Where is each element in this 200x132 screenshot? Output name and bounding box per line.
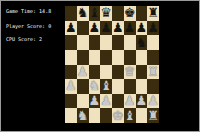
square-f7[interactable]: ♟ <box>124 21 136 36</box>
square-h2[interactable]: ♟ <box>147 94 159 109</box>
square-a5[interactable] <box>65 50 77 65</box>
square-b1[interactable]: ♞ <box>77 108 89 123</box>
white-bishop: ♝ <box>124 109 136 123</box>
square-a7[interactable]: ♟ <box>65 21 77 36</box>
square-h1[interactable]: ♜ <box>147 108 159 123</box>
square-f8[interactable]: ♚ <box>124 6 136 21</box>
square-c1[interactable] <box>89 108 101 123</box>
square-g6[interactable]: ♞ <box>136 35 148 50</box>
square-d1[interactable] <box>100 108 112 123</box>
square-e8[interactable] <box>112 6 124 21</box>
square-c7[interactable]: ♟ <box>89 21 101 36</box>
black-pawn: ♟ <box>112 21 124 35</box>
white-pawn: ♟ <box>124 94 136 108</box>
square-h3[interactable] <box>147 79 159 94</box>
white-knight: ♞ <box>89 79 101 93</box>
square-d8[interactable]: ♛ <box>100 6 112 21</box>
black-queen: ♛ <box>100 6 112 20</box>
black-pawn: ♟ <box>124 21 136 35</box>
square-h7[interactable]: ♟ <box>147 21 159 36</box>
square-f5[interactable] <box>124 50 136 65</box>
square-a8[interactable] <box>65 6 77 21</box>
black-rook: ♜ <box>147 6 159 20</box>
square-b8[interactable]: ♞ <box>77 6 89 21</box>
chess-board: ♞♝♛♚♜♟♟♟♟♟♟♟♞♟♛♜♟♞♝♟♟♟♟♟♞♚♝♜ <box>65 6 159 123</box>
square-c2[interactable]: ♟ <box>89 94 101 109</box>
square-f4[interactable]: ♛ <box>124 65 136 80</box>
square-b6[interactable] <box>77 35 89 50</box>
square-d7[interactable]: ♟ <box>100 21 112 36</box>
square-b2[interactable] <box>77 94 89 109</box>
white-bishop: ♝ <box>100 79 112 93</box>
square-d3[interactable]: ♝ <box>100 79 112 94</box>
black-pawn: ♟ <box>65 21 77 35</box>
square-c5[interactable] <box>89 50 101 65</box>
square-e1[interactable]: ♚ <box>112 108 124 123</box>
square-h4[interactable]: ♜ <box>147 65 159 80</box>
square-g2[interactable]: ♟ <box>136 94 148 109</box>
white-pawn: ♟ <box>65 79 77 93</box>
black-pawn: ♟ <box>100 21 112 35</box>
black-pawn: ♟ <box>147 21 159 35</box>
square-e7[interactable]: ♟ <box>112 21 124 36</box>
square-b3[interactable] <box>77 79 89 94</box>
square-e3[interactable] <box>112 79 124 94</box>
white-pawn: ♟ <box>136 94 148 108</box>
square-e5[interactable] <box>112 50 124 65</box>
square-g3[interactable] <box>136 79 148 94</box>
white-pawn: ♟ <box>77 65 89 79</box>
square-g8[interactable] <box>136 6 148 21</box>
chess-game-window: Game Time: 14.8 Player Score: 0 CPU Scor… <box>0 0 200 132</box>
square-f1[interactable]: ♝ <box>124 108 136 123</box>
square-a1[interactable] <box>65 108 77 123</box>
cpu-score-label: CPU Score: 2 <box>6 36 42 42</box>
black-king: ♚ <box>124 6 136 20</box>
square-d5[interactable] <box>100 50 112 65</box>
white-pawn: ♟ <box>100 94 112 108</box>
square-f3[interactable] <box>124 79 136 94</box>
square-c4[interactable] <box>89 65 101 80</box>
game-time-label: Game Time: 14.8 <box>6 8 51 14</box>
square-a3[interactable]: ♟ <box>65 79 77 94</box>
white-king: ♚ <box>112 109 124 123</box>
square-b5[interactable] <box>77 50 89 65</box>
white-queen: ♛ <box>124 65 136 79</box>
white-knight: ♞ <box>77 109 89 123</box>
square-d6[interactable] <box>100 35 112 50</box>
square-c3[interactable]: ♞ <box>89 79 101 94</box>
square-e4[interactable] <box>112 65 124 80</box>
white-rook: ♜ <box>147 65 159 79</box>
square-h8[interactable]: ♜ <box>147 6 159 21</box>
square-g7[interactable]: ♟ <box>136 21 148 36</box>
square-g5[interactable] <box>136 50 148 65</box>
square-d4[interactable] <box>100 65 112 80</box>
square-a4[interactable] <box>65 65 77 80</box>
square-c8[interactable]: ♝ <box>89 6 101 21</box>
white-pawn: ♟ <box>89 94 101 108</box>
white-rook: ♜ <box>147 109 159 123</box>
square-a2[interactable] <box>65 94 77 109</box>
white-pawn: ♟ <box>147 94 159 108</box>
square-f2[interactable]: ♟ <box>124 94 136 109</box>
square-c6[interactable] <box>89 35 101 50</box>
square-g1[interactable] <box>136 108 148 123</box>
square-g4[interactable] <box>136 65 148 80</box>
square-e6[interactable] <box>112 35 124 50</box>
square-e2[interactable] <box>112 94 124 109</box>
black-knight: ♞ <box>77 6 89 20</box>
square-f6[interactable] <box>124 35 136 50</box>
square-h5[interactable] <box>147 50 159 65</box>
square-a6[interactable] <box>65 35 77 50</box>
player-score-label: Player Score: 0 <box>6 23 51 29</box>
black-knight: ♞ <box>136 36 148 50</box>
square-b4[interactable]: ♟ <box>77 65 89 80</box>
black-pawn: ♟ <box>136 21 148 35</box>
square-b7[interactable] <box>77 21 89 36</box>
square-h6[interactable] <box>147 35 159 50</box>
black-bishop: ♝ <box>89 6 101 20</box>
black-pawn: ♟ <box>89 21 101 35</box>
square-d2[interactable]: ♟ <box>100 94 112 109</box>
